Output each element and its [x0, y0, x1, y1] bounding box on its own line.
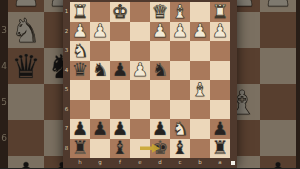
square-g1[interactable] [90, 2, 110, 22]
black-pawn-piece: ♟ [112, 61, 129, 80]
square-f8[interactable]: ♝ [110, 139, 130, 159]
square-g7[interactable]: ♟ [90, 119, 110, 139]
square-a4 [260, 48, 296, 84]
square-a2: ♟ [260, 0, 296, 12]
square-f6[interactable] [110, 100, 130, 120]
square-d1[interactable]: ♛ [150, 2, 170, 22]
black-pawn-piece: ♟ [112, 120, 129, 139]
square-f5[interactable] [110, 80, 130, 100]
white-pawn-piece: ♟ [192, 22, 209, 41]
square-h3[interactable]: ♞ [70, 41, 90, 61]
square-b8[interactable] [190, 139, 210, 159]
square-h4: ♛ [8, 48, 44, 84]
square-a7: ♟ [260, 156, 296, 168]
white-pawn-piece: ♟ [263, 0, 293, 11]
square-f7[interactable]: ♟ [110, 119, 130, 139]
square-h1[interactable]: ♜ [70, 2, 90, 22]
square-e5[interactable] [130, 80, 150, 100]
square-a1[interactable]: ♜ [210, 2, 230, 22]
rank-label-4: 4 [0, 62, 8, 71]
square-h6[interactable] [70, 100, 90, 120]
square-e8[interactable] [130, 139, 150, 159]
main-board-frame: ♜♚♛♝♜♟♟♟♟♟♟♞♛♞♟♟♞♝♟♟♟♟♞♟♜♝♚♝♜ 12345678hg… [63, 0, 237, 168]
square-b2[interactable]: ♟ [190, 22, 210, 42]
square-f1[interactable]: ♚ [110, 2, 130, 22]
square-d2[interactable]: ♟ [150, 22, 170, 42]
square-c5[interactable] [170, 80, 190, 100]
file-label-h: h [76, 160, 84, 166]
white-bishop-piece: ♝ [172, 3, 189, 22]
square-h2[interactable]: ♟ [70, 22, 90, 42]
square-c6[interactable] [170, 100, 190, 120]
square-b6[interactable] [190, 100, 210, 120]
square-d6[interactable] [150, 100, 170, 120]
square-c1[interactable]: ♝ [170, 2, 190, 22]
square-f3[interactable] [110, 41, 130, 61]
white-rook-piece: ♜ [212, 3, 229, 22]
white-pawn-piece: ♟ [152, 22, 169, 41]
square-a2[interactable]: ♟ [210, 22, 230, 42]
black-pawn-piece: ♟ [263, 158, 293, 169]
black-rook-piece: ♜ [72, 139, 89, 158]
square-e3[interactable] [130, 41, 150, 61]
square-d3[interactable] [150, 41, 170, 61]
black-bishop-piece: ♝ [112, 139, 129, 158]
white-pawn-piece: ♟ [212, 22, 229, 41]
square-h3: ♞ [8, 12, 44, 48]
black-knight-piece: ♞ [92, 61, 109, 80]
square-g2[interactable]: ♟ [90, 22, 110, 42]
black-pawn-piece: ♟ [11, 158, 41, 169]
rank-label-2: 2 [63, 29, 70, 35]
square-e6[interactable] [130, 100, 150, 120]
square-b1[interactable] [190, 2, 210, 22]
file-label-a: a [216, 160, 224, 166]
square-e4[interactable]: ♟ [130, 61, 150, 81]
square-h4[interactable]: ♛ [70, 61, 90, 81]
square-h6 [8, 120, 44, 156]
white-king-piece: ♚ [112, 3, 129, 22]
square-c3[interactable] [170, 41, 190, 61]
white-knight-piece: ♞ [11, 14, 41, 47]
file-label-b: b [196, 160, 204, 166]
black-rook-piece: ♜ [212, 139, 229, 158]
black-knight-piece: ♞ [152, 61, 169, 80]
square-h8[interactable]: ♜ [70, 139, 90, 159]
square-b7[interactable] [190, 119, 210, 139]
square-g4[interactable]: ♞ [90, 61, 110, 81]
square-a4[interactable] [210, 61, 230, 81]
square-d4[interactable]: ♞ [150, 61, 170, 81]
square-c4[interactable] [170, 61, 190, 81]
chess-app-stage: ♜♚♛♝♜♟♟♟♟♟♟♞♛♞♟♟♞♝♟♟♟♟♞♟♜♝♚♝♜ 12345678hg… [0, 0, 300, 168]
black-pawn-piece: ♟ [212, 120, 229, 139]
file-label-f: f [116, 160, 124, 166]
black-pawn-piece: ♟ [72, 120, 89, 139]
square-h5[interactable] [70, 80, 90, 100]
square-a8[interactable]: ♜ [210, 139, 230, 159]
square-e1[interactable] [130, 2, 150, 22]
white-pawn-piece: ♟ [92, 22, 109, 41]
file-label-c: c [176, 160, 184, 166]
square-c7[interactable]: ♞ [170, 119, 190, 139]
square-b4[interactable] [190, 61, 210, 81]
white-knight-piece: ♞ [72, 42, 89, 61]
rank-label-1: 1 [63, 9, 70, 15]
rank-label-5: 5 [0, 98, 8, 107]
black-bishop-piece: ♝ [172, 139, 189, 158]
black-pawn-piece: ♟ [152, 120, 169, 139]
square-e7[interactable] [130, 119, 150, 139]
square-a7[interactable]: ♟ [210, 119, 230, 139]
square-g3[interactable] [90, 41, 110, 61]
square-d8[interactable]: ♚ [150, 139, 170, 159]
rank-label-3: 3 [0, 26, 8, 35]
square-g6[interactable] [90, 100, 110, 120]
white-pawn-piece: ♟ [132, 61, 149, 80]
black-queen-piece: ♛ [11, 50, 41, 83]
square-c8[interactable]: ♝ [170, 139, 190, 159]
white-pawn-piece: ♟ [172, 22, 189, 41]
white-rook-piece: ♜ [72, 3, 89, 22]
white-queen-piece: ♛ [152, 3, 169, 22]
square-h7[interactable]: ♟ [70, 119, 90, 139]
white-bishop-piece: ♝ [192, 81, 209, 100]
chess-board: ♜♚♛♝♜♟♟♟♟♟♟♞♛♞♟♟♞♝♟♟♟♟♞♟♜♝♚♝♜ [70, 2, 230, 158]
square-h7: ♟ [8, 156, 44, 168]
file-label-g: g [96, 160, 104, 166]
white-pawn-piece: ♟ [72, 22, 89, 41]
square-a6 [260, 120, 296, 156]
square-f2[interactable] [110, 22, 130, 42]
square-d5[interactable] [150, 80, 170, 100]
white-pawn-piece: ♟ [11, 0, 41, 11]
square-g8[interactable] [90, 139, 110, 159]
square-b3[interactable] [190, 41, 210, 61]
rank-label-3: 3 [63, 48, 70, 54]
black-king-piece: ♚ [152, 139, 169, 158]
square-a5[interactable] [210, 80, 230, 100]
square-a3[interactable] [210, 41, 230, 61]
square-a3 [260, 12, 296, 48]
square-h5 [8, 84, 44, 120]
rank-label-5: 5 [63, 87, 70, 93]
square-f4[interactable]: ♟ [110, 61, 130, 81]
square-c2[interactable]: ♟ [170, 22, 190, 42]
square-a5 [260, 84, 296, 120]
square-d7[interactable]: ♟ [150, 119, 170, 139]
file-label-d: d [156, 160, 164, 166]
rank-label-6: 6 [0, 134, 8, 143]
rank-label-6: 6 [63, 107, 70, 113]
square-b5[interactable]: ♝ [190, 80, 210, 100]
file-label-e: e [136, 160, 144, 166]
black-queen-piece: ♛ [72, 61, 89, 80]
square-e2[interactable] [130, 22, 150, 42]
black-pawn-piece: ♟ [92, 120, 109, 139]
square-a6[interactable] [210, 100, 230, 120]
white-knight-piece: ♞ [172, 120, 189, 139]
rank-label-4: 4 [63, 68, 70, 74]
square-g5[interactable] [90, 80, 110, 100]
corner-marker [231, 161, 235, 165]
rank-label-8: 8 [63, 146, 70, 152]
rank-label-7: 7 [63, 126, 70, 132]
